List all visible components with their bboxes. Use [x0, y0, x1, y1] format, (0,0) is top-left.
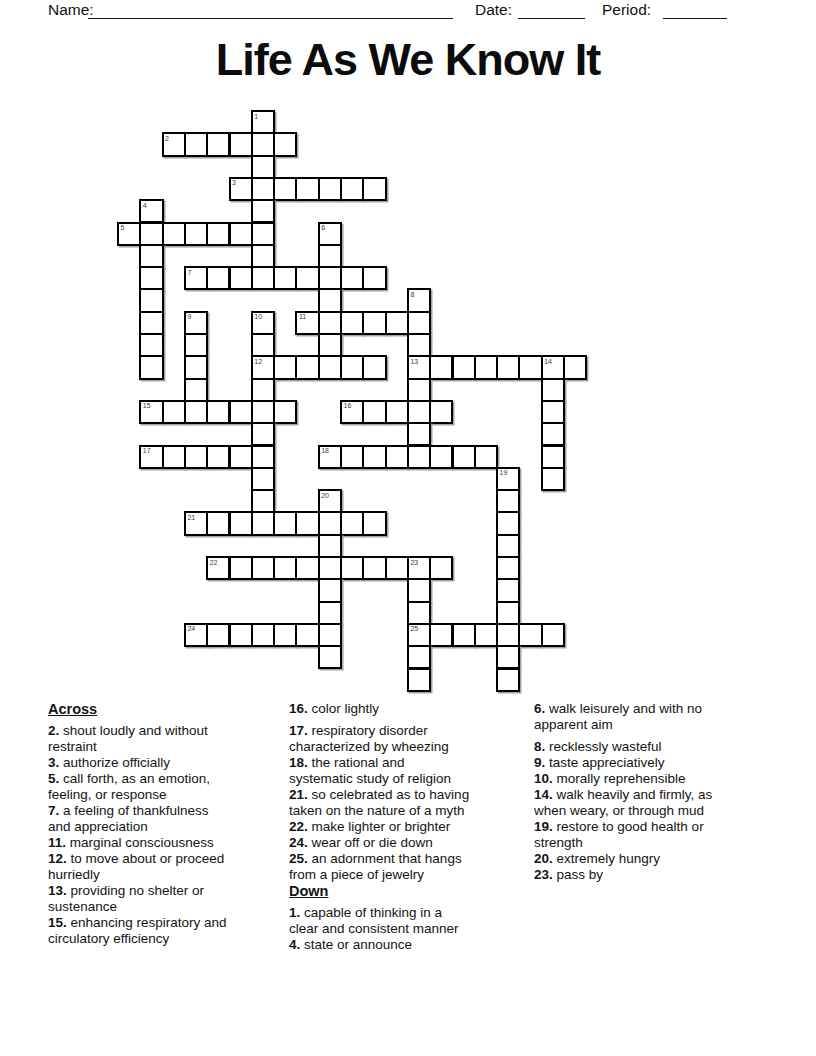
cell-number: 19 [500, 469, 508, 476]
period-blank-line[interactable] [663, 1, 727, 19]
grid-cell[interactable] [541, 467, 565, 491]
grid-cell[interactable] [318, 534, 342, 558]
grid-cell[interactable] [273, 400, 297, 424]
clue-23: 23. pass by [534, 867, 776, 883]
cell-number: 15 [143, 402, 151, 409]
grid-cell[interactable] [340, 556, 364, 580]
clue-15: 15. enhancing respiratory andcirculatory… [48, 915, 286, 947]
period-label: Period: [602, 1, 651, 19]
grid-cell[interactable] [206, 623, 230, 647]
grid-cell[interactable] [496, 355, 520, 379]
grid-cell[interactable] [139, 288, 163, 312]
grid-cell[interactable] [496, 601, 520, 625]
cell-number: 7 [187, 269, 191, 276]
cell-number: 6 [321, 224, 325, 231]
grid-cell[interactable] [541, 400, 565, 424]
grid-cell[interactable] [340, 355, 364, 379]
grid-cell[interactable]: 17 [139, 445, 163, 469]
clue-12: 12. to move about or proceedhurriedly [48, 851, 286, 883]
grid-cell[interactable] [318, 244, 342, 268]
grid-cell[interactable] [362, 177, 386, 201]
grid-cell[interactable]: 4 [139, 199, 163, 223]
cell-number: 10 [254, 313, 262, 320]
grid-cell[interactable] [518, 355, 542, 379]
grid-cell[interactable] [251, 400, 275, 424]
clue-17: 17. respiratory disordercharacterized by… [289, 723, 533, 755]
grid-cell[interactable] [273, 623, 297, 647]
cell-number: 18 [321, 447, 329, 454]
grid-cell[interactable] [318, 177, 342, 201]
date-label: Date: [475, 1, 512, 19]
grid-cell[interactable] [429, 445, 453, 469]
cell-number: 16 [344, 402, 352, 409]
grid-cell[interactable] [518, 623, 542, 647]
clues-heading-down: Down [289, 883, 533, 899]
grid-cell[interactable] [496, 511, 520, 535]
grid-cell[interactable] [541, 422, 565, 446]
grid-cell[interactable]: 10 [251, 311, 275, 335]
grid-cell[interactable] [251, 623, 275, 647]
clues-column-1: Across2. shout loudly and withoutrestrai… [48, 701, 286, 947]
grid-cell[interactable] [362, 355, 386, 379]
grid-cell[interactable] [184, 333, 208, 357]
grid-cell[interactable] [318, 333, 342, 357]
grid-cell[interactable] [295, 556, 319, 580]
grid-cell[interactable] [407, 378, 431, 402]
clue-18: 18. the rational andsystematic study of … [289, 755, 533, 787]
grid-cell[interactable] [318, 355, 342, 379]
clue-5: 5. call forth, as an emotion,feeling, or… [48, 771, 286, 803]
cell-number: 24 [187, 625, 195, 632]
cell-number: 23 [410, 559, 418, 566]
clue-9: 9. taste appreciatively [534, 755, 776, 771]
grid-cell[interactable] [206, 222, 230, 246]
grid-cell[interactable] [273, 355, 297, 379]
grid-cell[interactable] [318, 623, 342, 647]
clue-20: 20. extremely hungry [534, 851, 776, 867]
grid-cell[interactable] [340, 445, 364, 469]
cell-number: 14 [544, 358, 552, 365]
grid-cell[interactable] [206, 266, 230, 290]
grid-cell[interactable] [251, 556, 275, 580]
grid-cell[interactable]: 2 [162, 132, 186, 156]
grid-cell[interactable]: 8 [407, 288, 431, 312]
grid-cell[interactable] [318, 645, 342, 669]
grid-cell[interactable] [474, 623, 498, 647]
grid-cell[interactable] [496, 556, 520, 580]
name-label: Name: [48, 1, 94, 19]
grid-cell[interactable] [318, 578, 342, 602]
cell-number: 25 [410, 625, 418, 632]
grid-cell[interactable] [139, 333, 163, 357]
grid-cell[interactable] [407, 601, 431, 625]
clue-6: 6. walk leisurely and with noapparent ai… [534, 701, 776, 733]
grid-cell[interactable] [452, 623, 476, 647]
cell-number: 1 [254, 113, 258, 120]
clues-heading-across: Across [48, 701, 286, 717]
cell-number: 22 [210, 559, 218, 566]
grid-cell[interactable] [318, 266, 342, 290]
grid-cell[interactable] [251, 489, 275, 513]
grid-cell[interactable] [273, 511, 297, 535]
grid-cell[interactable] [139, 311, 163, 335]
grid-cell[interactable] [295, 177, 319, 201]
grid-cell[interactable] [295, 266, 319, 290]
grid-cell[interactable] [162, 445, 186, 469]
grid-cell[interactable] [184, 378, 208, 402]
clue-7: 7. a feeling of thankfulnessand apprecia… [48, 803, 286, 835]
grid-cell[interactable] [496, 645, 520, 669]
grid-cell[interactable] [318, 511, 342, 535]
grid-cell[interactable] [340, 266, 364, 290]
grid-cell[interactable] [229, 132, 253, 156]
grid-cell[interactable]: 11 [295, 311, 319, 335]
grid-cell[interactable] [229, 400, 253, 424]
grid-cell[interactable] [496, 489, 520, 513]
clues-column-2: 16. color lightly17. respiratory disorde… [289, 701, 533, 953]
grid-cell[interactable]: 6 [318, 222, 342, 246]
cell-number: 8 [410, 291, 414, 298]
grid-cell[interactable] [229, 556, 253, 580]
grid-cell[interactable] [273, 132, 297, 156]
grid-cell[interactable]: 22 [206, 556, 230, 580]
grid-cell[interactable] [452, 445, 476, 469]
grid-cell[interactable] [318, 556, 342, 580]
grid-cell[interactable]: 24 [184, 623, 208, 647]
grid-cell[interactable] [407, 422, 431, 446]
grid-cell[interactable] [541, 445, 565, 469]
grid-cell[interactable] [162, 222, 186, 246]
grid-cell[interactable] [273, 266, 297, 290]
page-title: Life As We Know It [0, 34, 816, 86]
grid-cell[interactable] [295, 623, 319, 647]
grid-cell[interactable] [251, 199, 275, 223]
cell-number: 20 [321, 492, 329, 499]
clue-14: 14. walk heavily and firmly, aswhen wear… [534, 787, 776, 819]
cell-number: 9 [187, 313, 191, 320]
grid-cell[interactable] [385, 400, 409, 424]
grid-cell[interactable] [318, 288, 342, 312]
grid-cell[interactable] [318, 601, 342, 625]
cell-number: 3 [232, 179, 236, 186]
grid-cell[interactable] [362, 556, 386, 580]
grid-cell[interactable] [139, 355, 163, 379]
grid-cell[interactable] [340, 177, 364, 201]
grid-cell[interactable] [407, 333, 431, 357]
grid-cell[interactable] [362, 445, 386, 469]
grid-cell[interactable] [139, 222, 163, 246]
grid-cell[interactable]: 5 [117, 222, 141, 246]
grid-cell[interactable] [295, 511, 319, 535]
grid-cell[interactable] [407, 445, 431, 469]
cell-number: 17 [143, 447, 151, 454]
cell-number: 21 [187, 514, 195, 521]
clue-2: 2. shout loudly and withoutrestraint [48, 723, 286, 755]
grid-cell[interactable] [206, 132, 230, 156]
clue-16: 16. color lightly [289, 701, 533, 717]
grid-cell[interactable] [496, 623, 520, 647]
grid-cell[interactable] [251, 177, 275, 201]
grid-cell[interactable] [340, 311, 364, 335]
grid-cell[interactable] [139, 266, 163, 290]
grid-cell[interactable] [184, 445, 208, 469]
grid-cell[interactable] [541, 623, 565, 647]
clue-13: 13. providing no shelter orsustenance [48, 883, 286, 915]
grid-cell[interactable] [251, 222, 275, 246]
grid-cell[interactable] [407, 578, 431, 602]
grid-cell[interactable] [251, 244, 275, 268]
grid-cell[interactable] [452, 355, 476, 379]
clue-24: 24. wear off or die down [289, 835, 533, 851]
clue-19: 19. restore to good health orstrength [534, 819, 776, 851]
clue-10: 10. morally reprehensible [534, 771, 776, 787]
grid-cell[interactable] [251, 266, 275, 290]
grid-cell[interactable] [251, 132, 275, 156]
grid-cell[interactable]: 16 [340, 400, 364, 424]
grid-cell[interactable] [184, 222, 208, 246]
grid-cell[interactable] [407, 400, 431, 424]
clue-1: 1. capable of thinking in aclear and con… [289, 905, 533, 937]
grid-cell[interactable]: 19 [496, 467, 520, 491]
grid-cell[interactable] [229, 445, 253, 469]
grid-cell[interactable]: 15 [139, 400, 163, 424]
grid-cell[interactable] [251, 422, 275, 446]
grid-cell[interactable] [273, 177, 297, 201]
cell-number: 11 [299, 313, 306, 320]
grid-cell[interactable]: 13 [407, 355, 431, 379]
grid-cell[interactable]: 21 [184, 511, 208, 535]
grid-cell[interactable] [206, 511, 230, 535]
grid-cell[interactable] [184, 132, 208, 156]
clues-column-3: 6. walk leisurely and with noapparent ai… [534, 701, 776, 883]
worksheet-page: Name: Date: Period: Life As We Know It 1… [0, 0, 816, 1056]
grid-cell[interactable] [563, 355, 587, 379]
grid-cell[interactable] [139, 244, 163, 268]
grid-cell[interactable]: 1 [251, 110, 275, 134]
name-blank-line[interactable] [88, 1, 453, 19]
grid-cell[interactable]: 20 [318, 489, 342, 513]
grid-cell[interactable] [251, 378, 275, 402]
grid-cell[interactable] [407, 311, 431, 335]
clue-11: 11. marginal consciousness [48, 835, 286, 851]
grid-cell[interactable] [541, 378, 565, 402]
grid-cell[interactable] [206, 400, 230, 424]
grid-cell[interactable] [496, 668, 520, 692]
cell-number: 5 [121, 224, 125, 231]
clue-21: 21. so celebrated as to havingtaken on t… [289, 787, 533, 819]
grid-cell[interactable]: 14 [541, 355, 565, 379]
grid-cell[interactable] [362, 311, 386, 335]
grid-cell[interactable] [429, 355, 453, 379]
grid-cell[interactable] [184, 355, 208, 379]
cell-number: 12 [254, 358, 262, 365]
cell-number: 13 [410, 358, 418, 365]
clue-3: 3. authorize officially [48, 755, 286, 771]
grid-cell[interactable] [362, 400, 386, 424]
clue-4: 4. state or announce [289, 937, 533, 953]
grid-cell[interactable] [251, 155, 275, 179]
grid-cell[interactable] [184, 400, 208, 424]
grid-cell[interactable] [206, 445, 230, 469]
grid-cell[interactable] [429, 623, 453, 647]
cell-number: 2 [165, 135, 169, 142]
grid-cell[interactable]: 7 [184, 266, 208, 290]
grid-cell[interactable] [251, 511, 275, 535]
grid-cell[interactable] [407, 668, 431, 692]
grid-cell[interactable] [273, 556, 297, 580]
grid-cell[interactable] [229, 511, 253, 535]
grid-cell[interactable] [474, 445, 498, 469]
crossword-grid: 1234567891011121314151617181920212223242… [117, 110, 588, 692]
grid-cell[interactable] [229, 222, 253, 246]
clue-22: 22. make lighter or brighter [289, 819, 533, 835]
grid-cell[interactable] [429, 556, 453, 580]
grid-cell[interactable] [362, 511, 386, 535]
date-blank-line[interactable] [518, 1, 585, 19]
grid-cell[interactable] [385, 556, 409, 580]
clue-8: 8. recklessly wasteful [534, 739, 776, 755]
grid-cell[interactable] [251, 333, 275, 357]
grid-cell[interactable] [385, 445, 409, 469]
grid-cell[interactable] [251, 467, 275, 491]
grid-cell[interactable] [474, 355, 498, 379]
grid-cell[interactable] [318, 311, 342, 335]
grid-cell[interactable] [229, 623, 253, 647]
grid-cell[interactable]: 9 [184, 311, 208, 335]
grid-cell[interactable] [385, 311, 409, 335]
grid-cell[interactable] [407, 645, 431, 669]
grid-cell[interactable] [229, 266, 253, 290]
clue-25: 25. an adornment that hangsfrom a piece … [289, 851, 533, 883]
grid-cell[interactable]: 3 [229, 177, 253, 201]
grid-cell[interactable]: 23 [407, 556, 431, 580]
grid-cell[interactable] [496, 534, 520, 558]
grid-cell[interactable] [162, 400, 186, 424]
grid-cell[interactable] [429, 400, 453, 424]
grid-cell[interactable] [362, 266, 386, 290]
grid-cell[interactable]: 25 [407, 623, 431, 647]
grid-cell[interactable] [295, 355, 319, 379]
grid-cell[interactable]: 18 [318, 445, 342, 469]
grid-cell[interactable] [340, 511, 364, 535]
grid-cell[interactable]: 12 [251, 355, 275, 379]
cell-number: 4 [143, 202, 147, 209]
grid-cell[interactable] [496, 578, 520, 602]
grid-cell[interactable] [251, 445, 275, 469]
